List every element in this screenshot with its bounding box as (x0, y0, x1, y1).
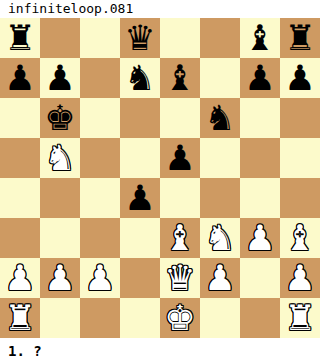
square-e2[interactable]: ♛ (160, 258, 200, 298)
square-d6[interactable] (120, 98, 160, 138)
square-c5[interactable] (80, 138, 120, 178)
square-g5[interactable] (240, 138, 280, 178)
square-a2[interactable]: ♟ (0, 258, 40, 298)
white-pawn: ♟ (204, 258, 235, 298)
square-h7[interactable]: ♟ (280, 58, 320, 98)
square-f3[interactable]: ♞ (200, 218, 240, 258)
square-c3[interactable] (80, 218, 120, 258)
white-bishop: ♝ (284, 218, 315, 258)
black-pawn: ♟ (244, 58, 275, 98)
square-f2[interactable]: ♟ (200, 258, 240, 298)
square-b5[interactable]: ♞ (40, 138, 80, 178)
square-e1[interactable]: ♚ (160, 298, 200, 338)
square-h3[interactable]: ♝ (280, 218, 320, 258)
square-b4[interactable] (40, 178, 80, 218)
white-pawn: ♟ (4, 258, 35, 298)
square-g1[interactable] (240, 298, 280, 338)
black-pawn: ♟ (124, 178, 155, 218)
square-f7[interactable] (200, 58, 240, 98)
square-a8[interactable]: ♜ (0, 18, 40, 58)
square-c2[interactable]: ♟ (80, 258, 120, 298)
square-d3[interactable] (120, 218, 160, 258)
white-rook: ♜ (284, 298, 315, 338)
square-d4[interactable]: ♟ (120, 178, 160, 218)
white-king: ♚ (164, 298, 195, 338)
white-knight: ♞ (204, 218, 235, 258)
black-knight: ♞ (204, 98, 235, 138)
move-prompt: 1. ? (0, 338, 320, 360)
square-d5[interactable] (120, 138, 160, 178)
white-pawn: ♟ (84, 258, 115, 298)
square-c1[interactable] (80, 298, 120, 338)
square-f8[interactable] (200, 18, 240, 58)
square-d2[interactable] (120, 258, 160, 298)
square-e8[interactable] (160, 18, 200, 58)
white-pawn: ♟ (244, 218, 275, 258)
square-g8[interactable]: ♝ (240, 18, 280, 58)
black-bishop: ♝ (164, 58, 195, 98)
square-e6[interactable] (160, 98, 200, 138)
puzzle-title: infiniteloop.081 (0, 0, 320, 18)
square-a3[interactable] (0, 218, 40, 258)
square-g4[interactable] (240, 178, 280, 218)
white-pawn: ♟ (284, 258, 315, 298)
white-queen: ♛ (164, 258, 195, 298)
square-b7[interactable]: ♟ (40, 58, 80, 98)
square-h6[interactable] (280, 98, 320, 138)
square-b1[interactable] (40, 298, 80, 338)
white-knight: ♞ (44, 138, 75, 178)
white-bishop: ♝ (164, 218, 195, 258)
square-h1[interactable]: ♜ (280, 298, 320, 338)
black-pawn: ♟ (4, 58, 35, 98)
square-a5[interactable] (0, 138, 40, 178)
square-a7[interactable]: ♟ (0, 58, 40, 98)
square-b8[interactable] (40, 18, 80, 58)
square-d8[interactable]: ♛ (120, 18, 160, 58)
black-bishop: ♝ (244, 18, 275, 58)
black-queen: ♛ (124, 18, 155, 58)
square-f6[interactable]: ♞ (200, 98, 240, 138)
white-rook: ♜ (4, 298, 35, 338)
square-a1[interactable]: ♜ (0, 298, 40, 338)
white-pawn: ♟ (44, 258, 75, 298)
square-g6[interactable] (240, 98, 280, 138)
square-b6[interactable]: ♚ (40, 98, 80, 138)
square-f4[interactable] (200, 178, 240, 218)
square-h2[interactable]: ♟ (280, 258, 320, 298)
square-e7[interactable]: ♝ (160, 58, 200, 98)
black-king: ♚ (44, 98, 75, 138)
square-g2[interactable] (240, 258, 280, 298)
square-c4[interactable] (80, 178, 120, 218)
square-c8[interactable] (80, 18, 120, 58)
square-e3[interactable]: ♝ (160, 218, 200, 258)
square-h5[interactable] (280, 138, 320, 178)
square-g7[interactable]: ♟ (240, 58, 280, 98)
square-g3[interactable]: ♟ (240, 218, 280, 258)
black-rook: ♜ (284, 18, 315, 58)
square-e5[interactable]: ♟ (160, 138, 200, 178)
square-b3[interactable] (40, 218, 80, 258)
square-c6[interactable] (80, 98, 120, 138)
square-h8[interactable]: ♜ (280, 18, 320, 58)
black-pawn: ♟ (284, 58, 315, 98)
square-f1[interactable] (200, 298, 240, 338)
black-pawn: ♟ (164, 138, 195, 178)
square-h4[interactable] (280, 178, 320, 218)
square-e4[interactable] (160, 178, 200, 218)
square-f5[interactable] (200, 138, 240, 178)
square-a4[interactable] (0, 178, 40, 218)
square-d1[interactable] (120, 298, 160, 338)
black-pawn: ♟ (44, 58, 75, 98)
chess-board: ♜♛♝♜♟♟♞♝♟♟♚♞♞♟♟♝♞♟♝♟♟♟♛♟♟♜♚♜ (0, 18, 320, 338)
square-b2[interactable]: ♟ (40, 258, 80, 298)
square-a6[interactable] (0, 98, 40, 138)
black-knight: ♞ (124, 58, 155, 98)
square-d7[interactable]: ♞ (120, 58, 160, 98)
black-rook: ♜ (4, 18, 35, 58)
square-c7[interactable] (80, 58, 120, 98)
